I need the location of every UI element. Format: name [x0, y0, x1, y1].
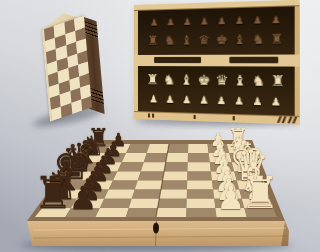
board-piece-dark-pawn: ♟	[80, 168, 105, 196]
foreground-pieces: ♜♟♟♜♞♟♟♞♝♟♟♝♛♟♟♚♚♟♟♛♝♟♟♝♞♟♟♞♜♟♟♜	[0, 0, 300, 252]
board-piece-dark-rook: ♜	[34, 171, 73, 215]
board-piece-light-knight: ♞	[229, 132, 253, 159]
board-piece-light-queen: ♛	[232, 145, 270, 187]
board-piece-dark-king: ♚	[53, 142, 93, 187]
board-piece-light-pawn: ♟	[212, 146, 232, 168]
board-piece-light-pawn: ♟	[211, 139, 229, 159]
board-piece-light-pawn: ♟	[213, 153, 235, 177]
board-piece-light-pawn: ♟	[215, 168, 240, 196]
board-piece-dark-pawn: ♟	[98, 146, 118, 168]
board-piece-dark-pawn: ♟	[75, 175, 102, 205]
board-piece-light-knight: ♞	[239, 165, 275, 205]
board-piece-light-pawn: ♟	[216, 175, 243, 205]
board-piece-light-pawn: ♟	[210, 131, 226, 149]
board-piece-dark-queen: ♛	[62, 139, 97, 178]
board-piece-dark-pawn: ♟	[104, 139, 122, 159]
board-piece-light-king: ♚	[229, 137, 266, 179]
board-piece-light-bishop: ♝	[236, 157, 272, 197]
board-piece-dark-pawn: ♟	[69, 182, 98, 214]
board-piece-dark-pawn: ♟	[86, 160, 109, 186]
board-piece-light-bishop: ♝	[230, 137, 258, 168]
board-piece-dark-knight: ♞	[42, 165, 78, 205]
board-piece-dark-bishop: ♝	[71, 137, 99, 168]
board-piece-dark-pawn: ♟	[110, 131, 126, 149]
board-piece-light-rook: ♜	[227, 125, 250, 150]
board-piece-dark-rook: ♜	[87, 125, 110, 150]
board-piece-light-pawn: ♟	[216, 182, 245, 214]
board-piece-dark-knight: ♞	[80, 132, 104, 159]
board-piece-dark-pawn: ♟	[92, 153, 114, 177]
board-piece-light-pawn: ♟	[214, 160, 237, 186]
board-piece-light-rook: ♜	[241, 171, 280, 215]
board-piece-dark-bishop: ♝	[48, 157, 84, 197]
